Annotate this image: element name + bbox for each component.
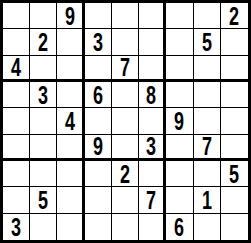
cell-r2c1[interactable] — [3, 29, 30, 55]
cell-r6c2[interactable] — [30, 135, 57, 161]
cell-r2c5[interactable] — [112, 29, 139, 55]
cell-r7c1[interactable] — [3, 161, 30, 187]
cell-r8c6[interactable]: 7 — [139, 187, 166, 213]
cell-r1c7[interactable] — [166, 3, 193, 29]
sudoku-board: 9223547368499372557136 — [0, 0, 251, 243]
cell-digit: 9 — [93, 135, 103, 160]
cell-r2c7[interactable] — [166, 29, 193, 55]
cell-r4c7[interactable] — [166, 82, 193, 108]
cell-r7c9[interactable]: 5 — [221, 161, 248, 187]
cell-r6c8[interactable]: 7 — [194, 135, 221, 161]
cell-r6c9[interactable] — [221, 135, 248, 161]
cell-r1c5[interactable] — [112, 3, 139, 29]
cell-r7c8[interactable] — [194, 161, 221, 187]
cell-r9c9[interactable] — [221, 214, 248, 240]
cell-r8c4[interactable] — [85, 187, 112, 213]
cell-r3c9[interactable] — [221, 56, 248, 82]
cell-digit: 2 — [229, 3, 239, 29]
cell-r6c7[interactable] — [166, 135, 193, 161]
cell-r9c4[interactable] — [85, 214, 112, 240]
cell-r3c4[interactable] — [85, 56, 112, 82]
cell-r2c2[interactable]: 2 — [30, 29, 57, 55]
cell-r7c3[interactable] — [57, 161, 84, 187]
cell-r6c4[interactable]: 9 — [85, 135, 112, 161]
cell-r5c6[interactable] — [139, 108, 166, 134]
cell-r2c4[interactable]: 3 — [85, 29, 112, 55]
cell-r4c8[interactable] — [194, 82, 221, 108]
cell-r5c2[interactable] — [30, 108, 57, 134]
cell-r1c3[interactable]: 9 — [57, 3, 84, 29]
cell-digit: 3 — [93, 29, 103, 55]
cell-r5c8[interactable] — [194, 108, 221, 134]
cell-r8c7[interactable] — [166, 187, 193, 213]
cell-r9c7[interactable]: 6 — [166, 214, 193, 240]
cell-r9c8[interactable] — [194, 214, 221, 240]
cell-r8c2[interactable]: 5 — [30, 187, 57, 213]
cell-r3c6[interactable] — [139, 56, 166, 82]
cell-r8c1[interactable] — [3, 187, 30, 213]
cell-r5c1[interactable] — [3, 108, 30, 134]
cell-digit: 2 — [38, 29, 48, 55]
cell-r2c8[interactable]: 5 — [194, 29, 221, 55]
cell-r4c6[interactable]: 8 — [139, 82, 166, 108]
cell-digit: 1 — [202, 187, 212, 213]
cell-r2c6[interactable] — [139, 29, 166, 55]
cell-digit: 5 — [229, 161, 239, 187]
cell-r4c5[interactable] — [112, 82, 139, 108]
cell-r8c3[interactable] — [57, 187, 84, 213]
cell-r3c5[interactable]: 7 — [112, 56, 139, 82]
cell-r2c9[interactable] — [221, 29, 248, 55]
cell-digit: 2 — [120, 161, 130, 187]
cell-r4c4[interactable]: 6 — [85, 82, 112, 108]
cell-r5c9[interactable] — [221, 108, 248, 134]
cell-r1c8[interactable] — [194, 3, 221, 29]
cell-digit: 7 — [202, 135, 212, 160]
cell-r8c5[interactable] — [112, 187, 139, 213]
cell-r7c6[interactable] — [139, 161, 166, 187]
cell-r4c2[interactable]: 3 — [30, 82, 57, 108]
cell-r7c4[interactable] — [85, 161, 112, 187]
cell-r9c6[interactable] — [139, 214, 166, 240]
cell-r3c8[interactable] — [194, 56, 221, 82]
cell-r9c2[interactable] — [30, 214, 57, 240]
cell-digit: 8 — [146, 82, 156, 108]
cell-r7c2[interactable] — [30, 161, 57, 187]
cell-r1c4[interactable] — [85, 3, 112, 29]
cell-r6c3[interactable] — [57, 135, 84, 161]
cell-r6c1[interactable] — [3, 135, 30, 161]
cell-r9c1[interactable]: 3 — [3, 214, 30, 240]
cell-digit: 4 — [11, 56, 21, 81]
cell-digit: 7 — [120, 56, 130, 81]
cell-r8c8[interactable]: 1 — [194, 187, 221, 213]
cell-r4c3[interactable] — [57, 82, 84, 108]
cell-digit: 5 — [38, 187, 48, 213]
cell-r8c9[interactable] — [221, 187, 248, 213]
cell-digit: 6 — [174, 214, 184, 240]
cell-r3c1[interactable]: 4 — [3, 56, 30, 82]
cell-r3c7[interactable] — [166, 56, 193, 82]
cell-digit: 9 — [174, 108, 184, 134]
cell-r9c5[interactable] — [112, 214, 139, 240]
cell-r1c1[interactable] — [3, 3, 30, 29]
cell-r5c7[interactable]: 9 — [166, 108, 193, 134]
cell-r1c9[interactable]: 2 — [221, 3, 248, 29]
cell-r5c4[interactable] — [85, 108, 112, 134]
cell-digit: 7 — [146, 187, 156, 213]
cell-r7c5[interactable]: 2 — [112, 161, 139, 187]
cell-r1c6[interactable] — [139, 3, 166, 29]
cell-digit: 4 — [65, 108, 75, 134]
cell-digit: 5 — [202, 29, 212, 55]
cell-r7c7[interactable] — [166, 161, 193, 187]
cell-r4c9[interactable] — [221, 82, 248, 108]
cell-r6c5[interactable] — [112, 135, 139, 161]
cell-r5c5[interactable] — [112, 108, 139, 134]
cell-r5c3[interactable]: 4 — [57, 108, 84, 134]
cell-digit: 9 — [65, 3, 75, 29]
cell-r3c2[interactable] — [30, 56, 57, 82]
cell-digit: 3 — [146, 135, 156, 160]
cell-r9c3[interactable] — [57, 214, 84, 240]
cell-r6c6[interactable]: 3 — [139, 135, 166, 161]
cell-r3c3[interactable] — [57, 56, 84, 82]
cell-r2c3[interactable] — [57, 29, 84, 55]
cell-digit: 3 — [11, 214, 21, 240]
cell-r1c2[interactable] — [30, 3, 57, 29]
cell-digit: 3 — [38, 82, 48, 108]
cell-digit: 6 — [93, 82, 103, 108]
cell-r4c1[interactable] — [3, 82, 30, 108]
